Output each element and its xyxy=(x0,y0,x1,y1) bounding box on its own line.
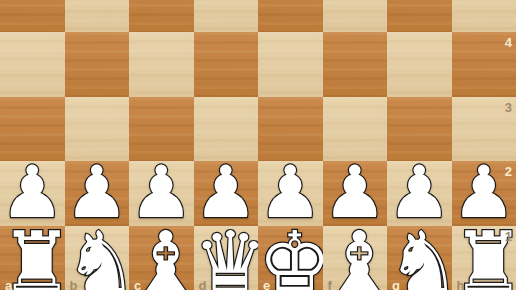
square-h4[interactable]: 4 xyxy=(452,32,516,97)
square-b4[interactable] xyxy=(65,32,130,97)
chessboard-viewport: ♜♞♝♛♚♝♞♜8♟♟♟♟♟♟♟♟76543♟♟♟♟♟♟♟♟2♜a♞b♝c♛d♚… xyxy=(0,0,516,290)
square-e1[interactable]: ♚e xyxy=(258,226,323,290)
square-c1[interactable]: ♝c xyxy=(129,226,194,290)
square-a1[interactable]: ♜a xyxy=(0,226,65,290)
rank-label-1: 1 xyxy=(505,230,512,243)
file-label-e: e xyxy=(263,279,270,290)
chessboard: ♜♞♝♛♚♝♞♜8♟♟♟♟♟♟♟♟76543♟♟♟♟♟♟♟♟2♜a♞b♝c♛d♚… xyxy=(0,0,516,290)
square-c4[interactable] xyxy=(129,32,194,97)
square-a5[interactable] xyxy=(0,0,65,32)
file-label-c: c xyxy=(134,279,141,290)
piece-white-bishop[interactable]: ♝ xyxy=(323,230,388,290)
square-d5[interactable] xyxy=(194,0,259,32)
square-g5[interactable] xyxy=(387,0,452,32)
square-a4[interactable] xyxy=(0,32,65,97)
square-f5[interactable] xyxy=(323,0,388,32)
square-d1[interactable]: ♛d xyxy=(194,226,259,290)
square-g4[interactable] xyxy=(387,32,452,97)
file-label-a: a xyxy=(5,279,12,290)
square-e5[interactable] xyxy=(258,0,323,32)
rank-label-3: 3 xyxy=(505,101,512,114)
square-b5[interactable] xyxy=(65,0,130,32)
file-label-g: g xyxy=(392,279,400,290)
rank-label-4: 4 xyxy=(505,36,512,49)
square-e4[interactable] xyxy=(258,32,323,97)
square-f4[interactable] xyxy=(323,32,388,97)
square-h1[interactable]: ♜1h xyxy=(452,226,516,290)
square-f1[interactable]: ♝f xyxy=(323,226,388,290)
file-label-d: d xyxy=(199,279,207,290)
file-label-f: f xyxy=(328,279,332,290)
square-h5[interactable]: 5 xyxy=(452,0,516,32)
file-label-h: h xyxy=(457,279,465,290)
rank-label-2: 2 xyxy=(505,165,512,178)
square-g1[interactable]: ♞g xyxy=(387,226,452,290)
square-d4[interactable] xyxy=(194,32,259,97)
square-c5[interactable] xyxy=(129,0,194,32)
square-b1[interactable]: ♞b xyxy=(65,226,130,290)
file-label-b: b xyxy=(70,279,78,290)
